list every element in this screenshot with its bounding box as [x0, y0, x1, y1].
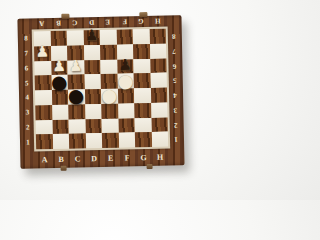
square-g2[interactable] — [135, 117, 152, 132]
square-a6[interactable] — [34, 61, 51, 76]
coordinate-label: 4 — [22, 90, 32, 105]
piece-white-disc-f5[interactable]: ● — [117, 72, 133, 90]
coordinate-label: D — [86, 152, 103, 164]
square-c8[interactable] — [67, 30, 84, 45]
coordinate-label: C — [69, 152, 86, 164]
coordinate-label: 5 — [170, 73, 180, 88]
piece-white-disc-e4[interactable]: ● — [101, 87, 117, 105]
square-d4[interactable] — [84, 89, 101, 104]
clasp-icon — [147, 164, 153, 169]
piece-black-disc-c4[interactable]: ● — [68, 87, 84, 105]
coordinate-label: G — [132, 17, 149, 26]
square-g3[interactable] — [134, 103, 151, 118]
square-e6[interactable] — [100, 59, 117, 74]
square-g6[interactable] — [133, 58, 150, 73]
coordinate-label: 6 — [21, 61, 31, 76]
coordinate-label: 4 — [170, 87, 180, 102]
rank-labels-right: 87654321 — [169, 28, 181, 146]
square-c1[interactable] — [69, 134, 86, 149]
square-c2[interactable] — [69, 119, 86, 134]
coordinate-label: F — [116, 17, 133, 26]
square-e8[interactable] — [100, 30, 117, 45]
square-e1[interactable] — [102, 133, 119, 148]
square-g1[interactable] — [135, 132, 152, 147]
coordinate-label: H — [149, 17, 166, 26]
square-g4[interactable] — [134, 88, 151, 103]
square-a1[interactable] — [36, 134, 53, 149]
coordinate-label: 1 — [171, 132, 181, 147]
square-f8[interactable] — [116, 29, 133, 44]
coordinate-label: C — [66, 18, 83, 27]
coordinate-label: A — [36, 153, 53, 165]
photo-scene: ABCDEFGH 87654321 87654321 ABCDEFGH ♟♟♟♟… — [0, 0, 200, 200]
square-a5[interactable] — [35, 75, 52, 90]
coordinate-label: 3 — [170, 102, 180, 117]
coordinate-label: 2 — [171, 117, 181, 132]
square-b1[interactable] — [52, 134, 69, 149]
square-g7[interactable] — [133, 44, 150, 59]
coordinate-label: 6 — [169, 58, 179, 73]
square-a4[interactable] — [35, 90, 52, 105]
square-h3[interactable] — [151, 102, 168, 117]
coordinate-label: 7 — [21, 46, 31, 61]
coordinate-label: 8 — [169, 28, 179, 43]
coordinate-label: 5 — [22, 76, 32, 91]
coordinate-label: 2 — [23, 120, 33, 135]
square-d3[interactable] — [85, 104, 102, 119]
coordinate-label: 7 — [169, 43, 179, 58]
coordinate-label: H — [152, 151, 169, 163]
square-h6[interactable] — [150, 58, 167, 73]
square-f1[interactable] — [118, 133, 135, 148]
square-a2[interactable] — [36, 120, 53, 135]
coordinate-label: B — [53, 153, 70, 165]
coordinate-label: G — [135, 151, 152, 163]
clasp-icon — [61, 166, 67, 171]
square-e2[interactable] — [102, 118, 119, 133]
coordinate-label: 8 — [21, 31, 31, 46]
square-d7[interactable] — [84, 45, 101, 60]
board-inner-rim: ♟♟♟♟♟●●●● — [32, 27, 171, 152]
square-f3[interactable] — [118, 103, 135, 118]
square-e7[interactable] — [100, 44, 117, 59]
square-h5[interactable] — [150, 73, 167, 88]
coordinate-label: F — [119, 151, 136, 163]
square-d2[interactable] — [85, 118, 102, 133]
coordinate-label: B — [50, 19, 67, 28]
coordinate-label: 1 — [23, 135, 33, 150]
chess-board: ABCDEFGH 87654321 87654321 ABCDEFGH ♟♟♟♟… — [17, 15, 184, 168]
square-f2[interactable] — [118, 118, 135, 133]
board-grid: ♟♟♟♟♟●●●● — [34, 29, 168, 150]
square-h2[interactable] — [151, 117, 168, 132]
square-a3[interactable] — [35, 105, 52, 120]
square-g5[interactable] — [134, 73, 151, 88]
square-b3[interactable] — [52, 104, 69, 119]
square-h4[interactable] — [150, 88, 167, 103]
square-h1[interactable] — [151, 132, 168, 147]
square-g8[interactable] — [133, 29, 150, 44]
coordinate-label: E — [102, 152, 119, 164]
piece-white-pawn-a7[interactable]: ♟ — [36, 45, 50, 60]
piece-white-pawn-c6[interactable]: ♟ — [69, 59, 83, 74]
square-b2[interactable] — [52, 119, 69, 134]
piece-black-disc-b5[interactable]: ● — [51, 73, 67, 91]
coordinate-label: E — [99, 18, 116, 27]
square-b8[interactable] — [50, 31, 67, 46]
square-h7[interactable] — [149, 43, 166, 58]
coordinate-label: 3 — [22, 105, 32, 120]
coordinate-label: A — [33, 19, 50, 28]
square-d6[interactable] — [84, 60, 101, 75]
square-h8[interactable] — [149, 29, 166, 44]
square-d5[interactable] — [84, 74, 101, 89]
piece-dark-pawn-d8[interactable]: ♟ — [85, 29, 99, 44]
square-d1[interactable] — [85, 133, 102, 148]
